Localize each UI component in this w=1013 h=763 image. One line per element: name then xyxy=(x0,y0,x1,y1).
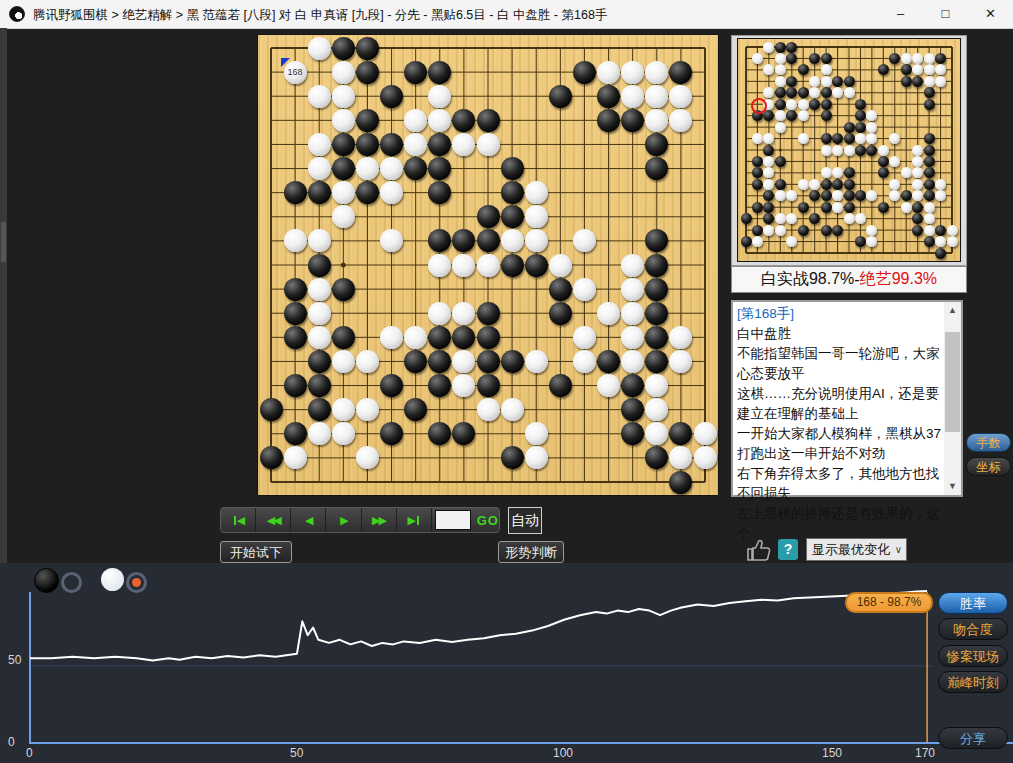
commentary-panel: [第168手]白中盘胜不能指望韩国一哥一轮游吧，大家心态要放平这棋……充分说明使… xyxy=(731,300,963,497)
go-stone-black xyxy=(821,53,832,64)
go-stone-white xyxy=(645,61,668,84)
go-stone-black xyxy=(821,202,832,213)
go-stone-black xyxy=(284,374,307,397)
go-stone-white xyxy=(597,302,620,325)
fast-forward-button[interactable]: ▶▶ xyxy=(362,508,397,532)
go-stone-black xyxy=(284,302,307,325)
go-stone-black xyxy=(477,229,500,252)
go-stone-black xyxy=(832,179,843,190)
go-stone-white xyxy=(477,398,500,421)
go-stone-white xyxy=(809,76,820,87)
go-stone-white xyxy=(832,202,843,213)
go-stone-black xyxy=(477,205,500,228)
go-stone-white xyxy=(645,85,668,108)
go-stone-black xyxy=(798,225,809,236)
go-stone-black xyxy=(901,190,912,201)
go-stone-white xyxy=(821,64,832,75)
window-title: 腾讯野狐围棋 > 绝艺精解 > 黑 范蕴若 [八段] 对 白 申真谞 [九段] … xyxy=(33,7,607,24)
x-tick-50: 50 xyxy=(290,746,303,760)
move-number-input[interactable] xyxy=(435,510,471,530)
go-stone-black xyxy=(855,145,866,156)
go-stone-black xyxy=(844,202,855,213)
commentary-line: 白中盘胜 xyxy=(737,324,942,344)
go-stone-white xyxy=(332,181,355,204)
commentary-line: 一开始大家都人模狗样，黑棋从37打跑出这一串开始不对劲 xyxy=(737,424,942,464)
go-stone-white xyxy=(775,76,786,87)
go-stone-black xyxy=(912,202,923,213)
go-stone-black xyxy=(775,179,786,190)
go-stone-white xyxy=(821,145,832,156)
go-stone-black xyxy=(501,181,524,204)
go-stone-black xyxy=(356,61,379,84)
go-stone-black xyxy=(821,87,832,98)
go-stone-white xyxy=(356,157,379,180)
go-stone-white: 168 xyxy=(284,61,307,84)
go-stone-white xyxy=(866,122,877,133)
go-stone-black xyxy=(380,85,403,108)
go-stone-white xyxy=(308,422,331,445)
scroll-down-icon[interactable]: ▼ xyxy=(944,478,961,495)
disaster-scene-button[interactable]: 惨案现场 xyxy=(938,645,1008,667)
go-stone-black xyxy=(428,61,451,84)
go-stone-black xyxy=(549,278,572,301)
peak-moment-button[interactable]: 巅峰时刻 xyxy=(938,671,1008,693)
go-stone-white xyxy=(477,254,500,277)
go-stone-black xyxy=(284,422,307,445)
winrate-jueyi: 绝艺99.3% xyxy=(860,269,937,290)
go-stone-white xyxy=(356,398,379,421)
go-stone-black xyxy=(775,99,786,110)
go-stone-black xyxy=(260,398,283,421)
mini-go-board[interactable] xyxy=(738,39,960,261)
go-stone-white xyxy=(308,37,331,60)
go-stone-black xyxy=(752,202,763,213)
go-stone-white xyxy=(935,179,946,190)
radio-dot xyxy=(132,578,141,587)
go-stone-white xyxy=(775,213,786,224)
go-stone-black xyxy=(645,326,668,349)
go-stone-black xyxy=(380,133,403,156)
go-stone-black xyxy=(645,302,668,325)
go-stone-black xyxy=(901,76,912,87)
go-stone-white xyxy=(308,326,331,349)
y-tick-0: 0 xyxy=(8,735,15,749)
go-stone-black xyxy=(308,398,331,421)
go-stone-black xyxy=(844,179,855,190)
playback-bar: ◀ ◀◀ ◀ ▶ ▶▶ ▶ GO xyxy=(220,507,500,533)
go-stone-black xyxy=(855,122,866,133)
go-stone-white xyxy=(798,133,809,144)
go-stone-white xyxy=(912,179,923,190)
moves-toggle-button[interactable]: 手数 xyxy=(966,433,1011,452)
go-stone-white xyxy=(752,53,763,64)
back-button[interactable]: ◀ xyxy=(291,508,326,532)
go-stone-white xyxy=(775,225,786,236)
go-stone-white xyxy=(621,302,644,325)
go-stone-black xyxy=(924,156,935,167)
go-stone-white xyxy=(597,374,620,397)
go-stone-white xyxy=(866,225,877,236)
go-stone-white xyxy=(428,302,451,325)
winrate-tooltip: 168 - 98.7% xyxy=(845,592,933,613)
go-stone-white xyxy=(844,213,855,224)
go-stone-white xyxy=(428,85,451,108)
go-stone-black xyxy=(332,157,355,180)
go-stone-white xyxy=(694,446,717,469)
scrollbar-thumb[interactable] xyxy=(945,332,960,432)
winrate-strip: 白实战98.7% - 绝艺99.3% xyxy=(731,266,967,293)
go-stone-black xyxy=(356,133,379,156)
thumbs-up-icon[interactable] xyxy=(745,538,773,562)
go-stone-white xyxy=(935,76,946,87)
go-stone-white xyxy=(912,145,923,156)
go-stone-white xyxy=(380,326,403,349)
go-stone-white xyxy=(284,446,307,469)
winrate-tab-button[interactable]: 胜率 xyxy=(938,592,1008,614)
go-stone-black xyxy=(597,109,620,132)
chevron-down-icon: ∨ xyxy=(895,539,902,560)
share-button[interactable]: 分享 xyxy=(938,727,1008,749)
go-stone-white xyxy=(763,42,774,53)
go-stone-white xyxy=(404,109,427,132)
go-stone-white xyxy=(525,205,548,228)
go-stone-white xyxy=(308,278,331,301)
go-stone-white xyxy=(924,76,935,87)
go-stone-white xyxy=(947,225,958,236)
mini-board-frame xyxy=(731,35,967,266)
go-stone-black xyxy=(332,326,355,349)
go-stone-white xyxy=(752,236,763,247)
go-stone-black xyxy=(332,37,355,60)
commentary-line: 不能指望韩国一哥一轮游吧，大家心态要放平 xyxy=(737,344,942,384)
go-stone-black xyxy=(821,110,832,121)
go-stone-white xyxy=(308,133,331,156)
go-stone-black xyxy=(308,350,331,373)
x-tick-170: 170 xyxy=(915,746,935,760)
go-stone-black xyxy=(924,99,935,110)
go-stone-black xyxy=(821,179,832,190)
go-stone-black xyxy=(866,145,877,156)
go-stone-white xyxy=(821,76,832,87)
go-stone-black xyxy=(477,326,500,349)
winrate-actual: 白实战98.7% xyxy=(761,269,854,290)
go-stone-black xyxy=(573,61,596,84)
go-stone-white xyxy=(308,157,331,180)
go-stone-black xyxy=(477,109,500,132)
go-stone-black xyxy=(404,350,427,373)
go-stone-black xyxy=(855,99,866,110)
go-stone-white xyxy=(844,145,855,156)
left-side-strip xyxy=(0,28,7,563)
go-stone-black xyxy=(878,156,889,167)
close-button[interactable]: ✕ xyxy=(968,0,1013,28)
go-stone-black xyxy=(844,167,855,178)
variation-dropdown[interactable]: 显示最优变化 ∨ xyxy=(806,538,907,561)
go-stone-black xyxy=(669,471,692,494)
go-stone-black xyxy=(878,202,889,213)
go-stone-white xyxy=(621,350,644,373)
go-stone-black xyxy=(775,156,786,167)
go-stone-white xyxy=(901,202,912,213)
go-stone-black xyxy=(308,254,331,277)
help-button[interactable]: ? xyxy=(778,539,798,560)
go-stone-black xyxy=(821,133,832,144)
go-stone-white xyxy=(597,61,620,84)
go-stone-white xyxy=(332,398,355,421)
commentary-line: 右下角弃得太多了，其他地方也找不回损失 xyxy=(737,464,942,504)
go-stone-white xyxy=(901,53,912,64)
y-tick-50: 50 xyxy=(8,653,21,667)
go-stone-black xyxy=(935,53,946,64)
scroll-up-icon[interactable]: ▲ xyxy=(944,302,961,319)
title-bar: 腾讯野狐围棋 > 绝艺精解 > 黑 范蕴若 [八段] 对 白 申真谞 [九段] … xyxy=(0,0,1013,29)
white-stone-legend-icon[interactable] xyxy=(101,568,124,591)
fox-go-review-window: 腾讯野狐围棋 > 绝艺精解 > 黑 范蕴若 [八段] 对 白 申真谞 [九段] … xyxy=(0,0,1013,763)
commentary-scrollbar[interactable]: ▲ ▼ xyxy=(944,302,961,495)
go-stone-white xyxy=(669,85,692,108)
go-stone-black xyxy=(549,302,572,325)
go-stone-white xyxy=(798,99,809,110)
go-stone-black xyxy=(380,374,403,397)
go-stone-white xyxy=(798,179,809,190)
go-stone-black xyxy=(844,76,855,87)
go-stone-black xyxy=(832,76,843,87)
go-stone-black xyxy=(308,181,331,204)
go-stone-black xyxy=(597,85,620,108)
go-stone-white xyxy=(924,64,935,75)
go-stone-black xyxy=(284,278,307,301)
go-stone-white xyxy=(821,167,832,178)
go-stone-black xyxy=(798,87,809,98)
go-stone-white xyxy=(501,398,524,421)
go-stone-white xyxy=(775,110,786,121)
go-stone-white xyxy=(428,254,451,277)
go-stone-black xyxy=(477,302,500,325)
go-stone-black xyxy=(477,374,500,397)
go-stone-black xyxy=(821,190,832,201)
go-stone-black xyxy=(332,278,355,301)
go-stone-white xyxy=(380,157,403,180)
go-stone-white xyxy=(573,326,596,349)
go-stone-black xyxy=(924,167,935,178)
go-stone-white xyxy=(752,133,763,144)
go-stone-black xyxy=(669,61,692,84)
match-rate-button[interactable]: 吻合度 xyxy=(938,618,1008,640)
go-stone-black xyxy=(752,225,763,236)
go-stone-white xyxy=(573,278,596,301)
go-stone-white xyxy=(284,229,307,252)
black-radio-unselected[interactable] xyxy=(61,572,82,593)
go-button[interactable]: GO xyxy=(477,513,499,528)
minimize-button[interactable]: – xyxy=(878,0,923,28)
coords-toggle-button[interactable]: 坐标 xyxy=(966,457,1011,476)
go-stone-black xyxy=(501,205,524,228)
app-logo-icon xyxy=(9,6,25,22)
go-stone-white xyxy=(924,213,935,224)
go-stone-white xyxy=(525,350,548,373)
go-stone-white xyxy=(525,181,548,204)
go-stone-white xyxy=(332,61,355,84)
start-trial-button[interactable]: 开始试下 xyxy=(220,541,292,563)
auto-play-button[interactable]: 自动 xyxy=(508,507,542,534)
go-stone-white xyxy=(332,205,355,228)
go-stone-black xyxy=(752,156,763,167)
go-stone-black xyxy=(428,326,451,349)
go-stone-white xyxy=(356,350,379,373)
go-stone-black xyxy=(356,37,379,60)
go-stone-black xyxy=(621,109,644,132)
white-radio-selected[interactable] xyxy=(126,572,147,593)
go-stone-black xyxy=(477,350,500,373)
go-stone-white xyxy=(332,422,355,445)
winrate-graph-section[interactable]: 168 - 98.7% 胜率 吻合度 惨案现场 巅峰时刻 分享 50 0 0 5… xyxy=(0,563,1013,763)
move-number-label: 168 xyxy=(284,61,307,84)
go-stone-white xyxy=(332,109,355,132)
go-stone-black xyxy=(356,109,379,132)
go-stone-black xyxy=(924,190,935,201)
go-stone-white xyxy=(924,225,935,236)
go-stone-black xyxy=(284,326,307,349)
go-stone-white xyxy=(621,254,644,277)
x-tick-150: 150 xyxy=(822,746,842,760)
go-stone-white xyxy=(855,133,866,144)
x-tick-100: 100 xyxy=(553,746,573,760)
go-stone-black xyxy=(645,254,668,277)
go-stone-white xyxy=(621,61,644,84)
go-stone-black xyxy=(260,446,283,469)
go-stone-white xyxy=(525,446,548,469)
go-stone-black xyxy=(924,236,935,247)
go-stone-black xyxy=(501,157,524,180)
go-stone-black xyxy=(549,374,572,397)
go-stone-black xyxy=(752,179,763,190)
go-stone-black xyxy=(741,236,752,247)
go-stone-black xyxy=(308,374,331,397)
go-stone-black xyxy=(525,254,548,277)
go-stone-white xyxy=(832,145,843,156)
x-tick-0: 0 xyxy=(26,746,33,760)
go-stone-black xyxy=(924,87,935,98)
commentary-line: 这棋……充分说明使用AI，还是要建立在理解的基础上 xyxy=(737,384,942,424)
go-stone-white xyxy=(308,85,331,108)
go-stone-white xyxy=(573,350,596,373)
commentary-text: [第168手]白中盘胜不能指望韩国一哥一轮游吧，大家心态要放平这棋……充分说明使… xyxy=(737,304,942,544)
go-stone-black xyxy=(763,145,774,156)
go-stone-black xyxy=(332,133,355,156)
move-label: [第168手] xyxy=(737,306,794,321)
go-stone-white xyxy=(924,202,935,213)
go-stone-black xyxy=(597,350,620,373)
go-stone-white xyxy=(924,53,935,64)
go-stone-black xyxy=(356,181,379,204)
go-stone-black xyxy=(404,61,427,84)
forward-button[interactable]: ▶ xyxy=(326,508,361,532)
go-stone-white xyxy=(844,87,855,98)
main-go-board[interactable]: 168 xyxy=(258,35,718,495)
go-stone-white xyxy=(404,326,427,349)
go-stone-black xyxy=(809,99,820,110)
go-stone-white xyxy=(775,53,786,64)
go-stone-black xyxy=(844,122,855,133)
go-stone-white xyxy=(621,85,644,108)
strip-handle[interactable] xyxy=(1,222,6,262)
go-stone-white xyxy=(621,278,644,301)
go-stone-white xyxy=(332,85,355,108)
go-stone-white xyxy=(947,236,958,247)
first-move-button[interactable]: ◀ xyxy=(221,508,256,532)
go-stone-black xyxy=(844,190,855,201)
maximize-button[interactable]: □ xyxy=(923,0,968,28)
go-stone-white xyxy=(809,179,820,190)
go-stone-white xyxy=(332,350,355,373)
go-stone-black xyxy=(935,248,946,259)
go-stone-white xyxy=(549,254,572,277)
go-stone-white xyxy=(308,302,331,325)
go-stone-white xyxy=(694,422,717,445)
position-judge-button[interactable]: 形势判断 xyxy=(498,541,564,563)
go-stone-black xyxy=(844,133,855,144)
go-stone-black xyxy=(821,99,832,110)
go-stone-white xyxy=(798,110,809,121)
go-stone-black xyxy=(912,225,923,236)
go-stone-black xyxy=(284,181,307,204)
go-stone-black xyxy=(855,236,866,247)
go-stone-white xyxy=(786,99,797,110)
go-stone-black xyxy=(501,350,524,373)
go-stone-white xyxy=(452,302,475,325)
go-stone-black xyxy=(798,202,809,213)
go-stone-black xyxy=(786,42,797,53)
go-stone-black xyxy=(924,179,935,190)
go-stone-black xyxy=(775,42,786,53)
go-stone-black xyxy=(645,278,668,301)
go-stone-white xyxy=(621,326,644,349)
go-stone-white xyxy=(477,133,500,156)
go-stone-black xyxy=(821,225,832,236)
go-stone-black xyxy=(501,254,524,277)
go-stone-white xyxy=(645,109,668,132)
go-stone-black xyxy=(924,145,935,156)
go-stone-black xyxy=(832,225,843,236)
go-stone-black xyxy=(549,85,572,108)
go-stone-white xyxy=(501,229,524,252)
go-stone-white xyxy=(452,254,475,277)
go-stone-white xyxy=(404,133,427,156)
go-stone-white xyxy=(775,122,786,133)
last-move-button[interactable]: ▶ xyxy=(397,508,432,532)
go-stone-black xyxy=(935,225,946,236)
go-stone-black xyxy=(912,76,923,87)
go-stone-white xyxy=(428,109,451,132)
go-stone-white xyxy=(763,225,774,236)
fast-back-button[interactable]: ◀◀ xyxy=(256,508,291,532)
dropdown-value: 显示最优变化 xyxy=(812,542,890,557)
go-stone-white xyxy=(308,229,331,252)
go-stone-black xyxy=(741,213,752,224)
go-stone-black xyxy=(501,446,524,469)
go-stone-white xyxy=(878,145,889,156)
go-stone-white xyxy=(525,422,548,445)
black-stone-legend-icon[interactable] xyxy=(34,568,59,593)
go-stone-white xyxy=(525,229,548,252)
go-stone-black xyxy=(924,133,935,144)
